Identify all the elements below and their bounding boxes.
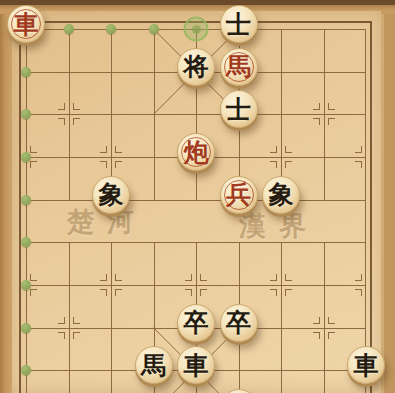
piece-character: 馬 <box>226 54 251 79</box>
point-marker-corner <box>313 103 320 110</box>
piece-black-elephant-1[interactable]: 象 <box>92 176 130 214</box>
point-marker-corner <box>100 146 107 153</box>
point-marker-corner <box>115 289 122 296</box>
point-marker-corner <box>58 103 65 110</box>
piece-black-chariot-1[interactable]: 車 <box>177 346 215 384</box>
point-marker-corner <box>30 289 37 296</box>
xiangqi-app-screen: { "game": "xiangqi", "position": { "fen"… <box>0 0 395 393</box>
legal-move-dot[interactable] <box>21 280 31 290</box>
legal-move-dot[interactable] <box>21 67 31 77</box>
point-marker-corner <box>313 118 320 125</box>
point-marker-corner <box>285 146 292 153</box>
legal-move-dot[interactable] <box>21 323 31 333</box>
point-marker-corner <box>285 161 292 168</box>
point-marker-corner <box>328 332 335 339</box>
piece-black-advisor-2[interactable]: 士 <box>220 90 258 128</box>
piece-character: 士 <box>226 97 251 122</box>
top-dark-strip <box>0 0 395 5</box>
point-marker-corner <box>30 161 37 168</box>
point-marker-corner <box>58 332 65 339</box>
point-marker-corner <box>270 274 277 281</box>
point-marker-corner <box>185 274 192 281</box>
piece-character: 車 <box>184 353 209 378</box>
point-marker-corner <box>185 289 192 296</box>
point-marker-corner <box>115 146 122 153</box>
piece-character: 象 <box>269 182 294 207</box>
point-marker-corner <box>355 161 362 168</box>
point-marker-corner <box>285 289 292 296</box>
piece-black-soldier-2[interactable]: 卒 <box>220 304 258 342</box>
legal-move-dot[interactable] <box>21 109 31 119</box>
point-marker-corner <box>30 274 37 281</box>
point-marker-corner <box>58 118 65 125</box>
piece-black-horse[interactable]: 馬 <box>135 346 173 384</box>
point-marker-corner <box>200 274 207 281</box>
piece-character: 将 <box>184 54 209 79</box>
point-marker-corner <box>355 146 362 153</box>
piece-red-chariot[interactable]: 車 <box>7 5 45 43</box>
point-marker-corner <box>270 161 277 168</box>
highlight-ring[interactable] <box>184 17 209 42</box>
point-marker-corner <box>285 274 292 281</box>
piece-black-soldier-1[interactable]: 卒 <box>177 304 215 342</box>
point-marker-corner <box>73 103 80 110</box>
legal-move-dot[interactable] <box>21 365 31 375</box>
point-marker-corner <box>328 103 335 110</box>
point-marker-corner <box>100 289 107 296</box>
piece-character: 象 <box>99 182 124 207</box>
point-marker-corner <box>73 317 80 324</box>
legal-move-dot[interactable] <box>21 237 31 247</box>
piece-character: 卒 <box>184 310 209 335</box>
point-marker-corner <box>313 317 320 324</box>
piece-red-horse[interactable]: 馬 <box>220 48 258 86</box>
point-marker-corner <box>328 317 335 324</box>
highlight-ring-center <box>192 25 201 34</box>
legal-move-dot[interactable] <box>21 152 31 162</box>
point-marker-corner <box>30 146 37 153</box>
point-marker-corner <box>313 332 320 339</box>
point-marker-corner <box>58 317 65 324</box>
point-marker-corner <box>355 289 362 296</box>
legal-move-dot[interactable] <box>149 24 159 34</box>
piece-black-advisor-1[interactable]: 士 <box>220 5 258 43</box>
point-marker-corner <box>73 118 80 125</box>
piece-red-cannon[interactable]: 炮 <box>177 133 215 171</box>
piece-character: 炮 <box>184 140 209 165</box>
xiangqi-board: 楚河 漢界 車士将馬士炮象兵象卒卒馬車車帥 <box>26 29 367 393</box>
point-marker-corner <box>270 146 277 153</box>
legal-move-dot[interactable] <box>106 24 116 34</box>
point-marker-corner <box>270 289 277 296</box>
piece-character: 車 <box>14 12 39 37</box>
point-marker-corner <box>100 274 107 281</box>
piece-character: 車 <box>354 353 379 378</box>
piece-character: 士 <box>226 12 251 37</box>
point-marker-corner <box>115 274 122 281</box>
piece-red-soldier[interactable]: 兵 <box>220 176 258 214</box>
point-marker-corner <box>200 289 207 296</box>
point-marker-corner <box>328 118 335 125</box>
piece-black-elephant-2[interactable]: 象 <box>262 176 300 214</box>
point-marker-corner <box>73 332 80 339</box>
point-marker-corner <box>355 274 362 281</box>
legal-move-dot[interactable] <box>21 195 31 205</box>
legal-move-dot[interactable] <box>64 24 74 34</box>
piece-black-general[interactable]: 将 <box>177 48 215 86</box>
piece-character: 卒 <box>226 310 251 335</box>
piece-black-chariot-2[interactable]: 車 <box>347 346 385 384</box>
point-marker-corner <box>115 161 122 168</box>
piece-character: 馬 <box>141 353 166 378</box>
point-marker-corner <box>100 161 107 168</box>
piece-character: 兵 <box>226 182 251 207</box>
